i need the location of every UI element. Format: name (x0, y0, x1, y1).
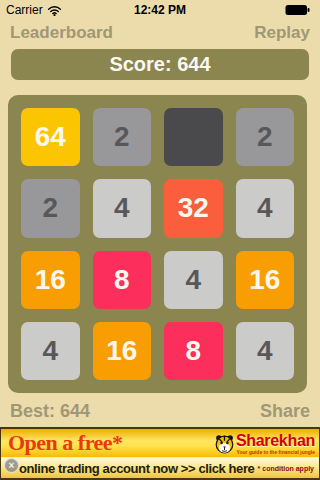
tile-4: 4 (21, 322, 80, 380)
best-score-label: Best: 644 (10, 401, 90, 422)
carrier-area: Carrier (6, 3, 62, 17)
tile-4: 4 (164, 251, 223, 309)
footer-bar: Best: 644 Share (0, 401, 320, 422)
score-box: Score: 644 (11, 49, 309, 80)
app-screen: Carrier 12:42 PM Leaderboard Replay Scor… (0, 0, 320, 480)
ad-brand-tagline: Your guide to the financial jungle (236, 450, 315, 455)
tile-16: 16 (21, 251, 80, 309)
tile-4: 4 (236, 322, 295, 380)
board-grid[interactable]: 64222432416841641684 (8, 95, 307, 393)
ad-brand-name: Sharekhan (236, 433, 315, 449)
tile-8: 8 (93, 251, 152, 309)
ad-cta-text[interactable]: online trading account now >> click here (19, 461, 254, 476)
tile-16: 16 (93, 322, 152, 380)
ad-cta-strip[interactable]: online trading account now >> click here… (1, 457, 319, 478)
tiger-mascot-icon (215, 434, 234, 455)
tile-2: 2 (93, 108, 152, 166)
status-bar: Carrier 12:42 PM (0, 0, 320, 20)
share-button[interactable]: Share (260, 401, 310, 422)
tile-2: 2 (236, 108, 295, 166)
wifi-icon (47, 5, 62, 16)
score-display: Score: 644 (109, 53, 210, 76)
tile-32: 32 (164, 179, 223, 237)
replay-button[interactable]: Replay (254, 23, 310, 43)
close-icon[interactable]: × (4, 458, 19, 473)
empty-cell (164, 108, 223, 166)
tile-16: 16 (236, 251, 295, 309)
battery-icon (285, 4, 310, 16)
ad-brand-block: Sharekhan Your guide to the financial ju… (236, 433, 315, 455)
ad-disclaimer: * condition apply (258, 465, 314, 472)
tile-8: 8 (164, 322, 223, 380)
ad-headline: Open a free* (8, 430, 123, 456)
battery-area (285, 4, 314, 16)
tile-4: 4 (236, 179, 295, 237)
tile-64: 64 (21, 108, 80, 166)
carrier-label: Carrier (6, 3, 43, 17)
top-nav: Leaderboard Replay (0, 20, 320, 46)
tile-2: 2 (21, 179, 80, 237)
leaderboard-button[interactable]: Leaderboard (10, 23, 113, 43)
ad-banner[interactable]: Open a free* Sharekhan Your guide to the… (0, 427, 320, 480)
ad-top-section[interactable]: Open a free* Sharekhan Your guide to the… (1, 429, 319, 457)
tile-4: 4 (93, 179, 152, 237)
ad-logo: Sharekhan Your guide to the financial ju… (215, 431, 315, 455)
